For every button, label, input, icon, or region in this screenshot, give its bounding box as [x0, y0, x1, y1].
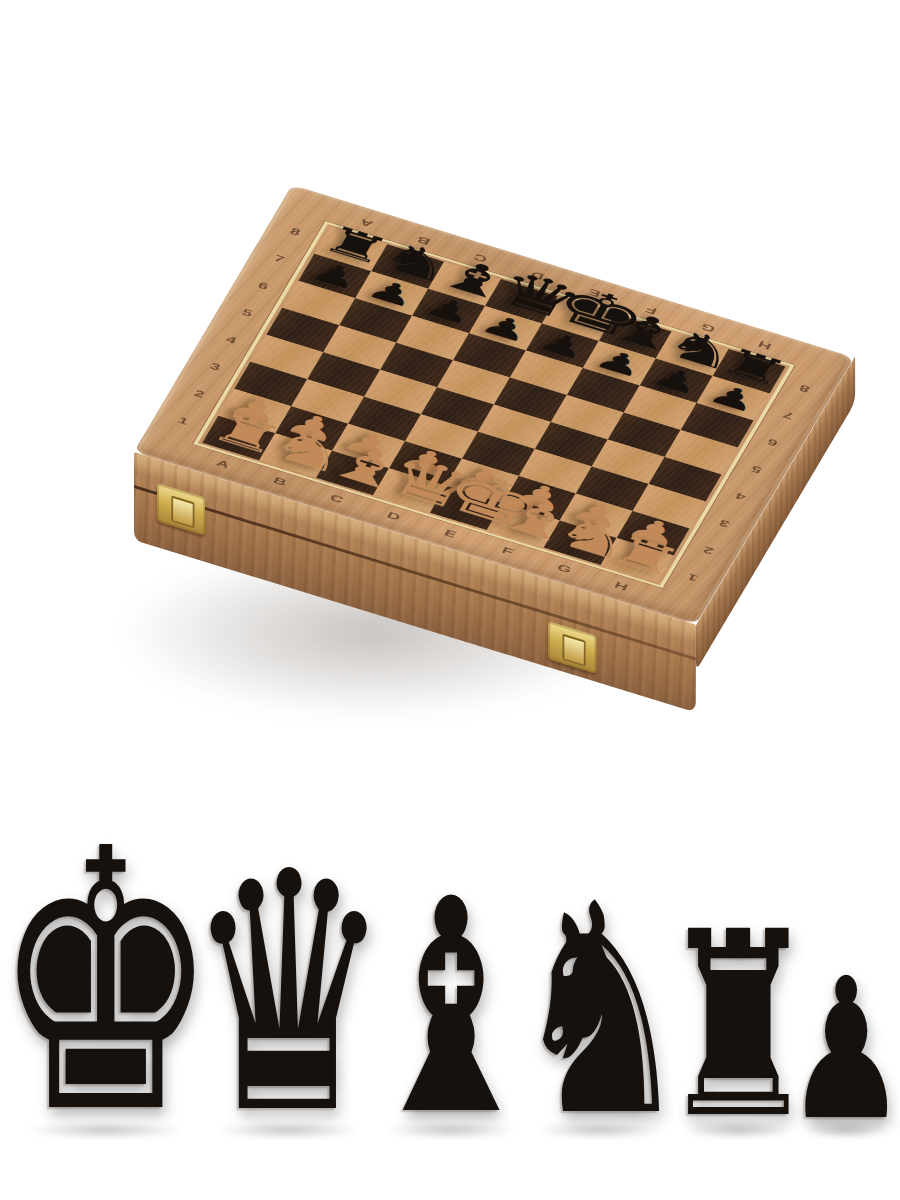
display-piece-black-pawn: ♟: [785, 970, 900, 1130]
brass-latch-right: [548, 621, 596, 674]
product-photo-page: ♜♞♝♛♚♝♞♜♟♟♟♟♟♟♟♟♟♟♟♟♟♟♟♟♜♞♝♛♚♝♞♜ AABBCCD…: [0, 0, 900, 1200]
brass-latch-left: [157, 483, 205, 536]
pieces-display-row: ♚♛♝♞♜♟: [135, 762, 765, 1130]
